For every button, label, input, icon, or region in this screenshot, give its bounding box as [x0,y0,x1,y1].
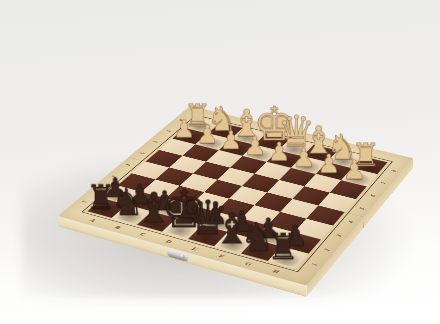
box-hinge-seam [363,217,364,228]
photo-scene: ♜♞♝♚♛♝♞♜♟♟♟♟♟♟♟♟♟♟♟♟♟♟♟♟♜♞♝♚♛♝♞♜ ABCDEFG… [0,0,440,324]
square-h1: ♜ [268,246,308,268]
square-e6 [254,162,291,180]
rank-label: 7 [368,177,398,188]
piece-light-pawn: ♟ [241,133,268,158]
rank-label: 5 [128,148,157,159]
piece-light-pawn: ♟ [340,157,368,183]
piece-dark-knight: ♞ [240,218,270,257]
piece-light-pawn: ♟ [315,151,343,177]
rank-label: 4 [114,159,143,170]
piece-dark-rook: ♜ [267,228,298,264]
piece-light-pawn: ♟ [290,145,317,171]
piece-light-pawn: ♟ [218,128,245,153]
square-f4 [254,192,292,212]
piece-dark-bishop: ♝ [213,207,243,249]
piece-light-pawn: ♟ [266,139,293,165]
rank-label: 6 [142,137,170,147]
